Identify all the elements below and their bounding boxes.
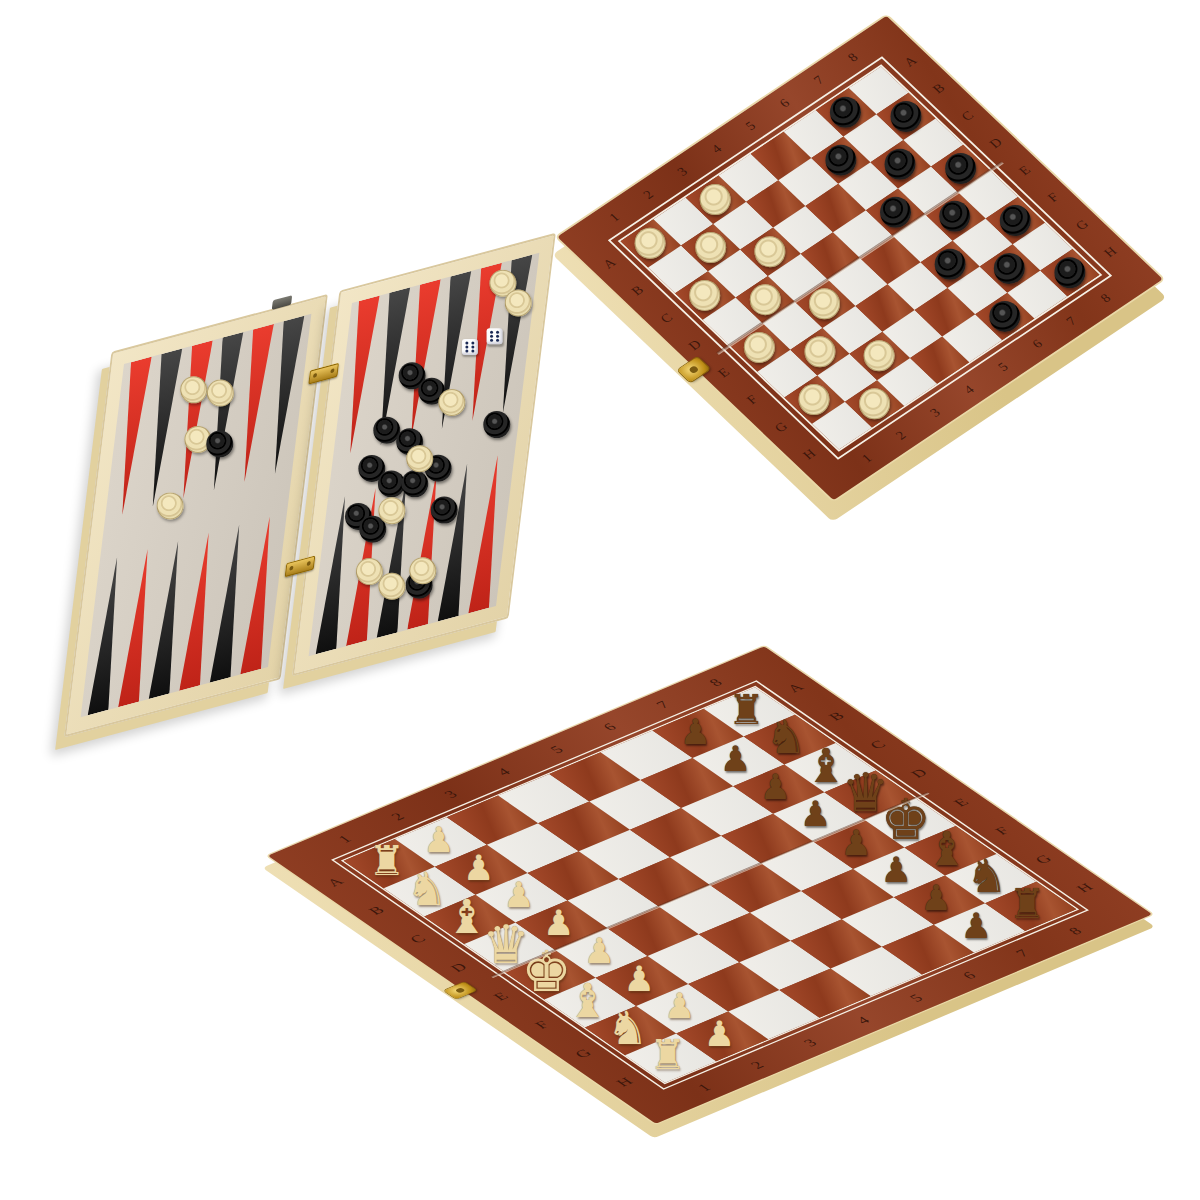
checkers-board: 1234567812345678ABCDEFGHABCDEFGH [557,16,1163,501]
cream-checker[interactable] [378,573,405,600]
coordinate-label: 4 [708,142,725,156]
coordinate-label: A [323,875,347,889]
die-pip [465,345,468,348]
black-checker[interactable] [945,153,976,184]
black-checker[interactable] [890,101,921,132]
black-checker[interactable] [989,301,1020,332]
coordinate-label: E [949,796,972,809]
cream-checker[interactable] [207,379,234,406]
backgammon-point-red [467,452,510,614]
white-knight[interactable]: ♞ [606,1005,647,1051]
white-checker[interactable] [809,288,840,319]
black-rook[interactable]: ♜ [1009,884,1046,925]
coordinate-label: 2 [640,188,657,202]
coordinate-label: 7 [652,699,673,712]
black-checker[interactable] [483,411,510,438]
black-checker[interactable] [934,249,965,280]
coordinate-label: 6 [959,969,980,982]
coordinate-label: C [657,310,676,326]
coordinate-label: 1 [694,1081,715,1094]
die-pip [471,345,474,348]
white-pawn[interactable]: ♟ [503,878,534,913]
coordinate-label: D [987,135,1006,151]
die-pip [496,339,499,342]
black-checker[interactable] [994,253,1025,284]
backgammon-lid-field [81,314,312,717]
coordinate-label: 2 [387,810,408,823]
coordinate-label: D [907,767,931,781]
die-pip [490,339,493,342]
black-checker[interactable] [940,201,971,232]
black-pawn[interactable]: ♟ [961,909,992,944]
coordinate-label: E [489,990,512,1003]
white-checker[interactable] [804,336,835,367]
black-checker[interactable] [885,149,916,180]
coordinate-label: 5 [546,743,567,756]
coordinate-label: 3 [674,165,691,179]
coordinate-label: 1 [606,211,623,225]
die-pip [471,341,474,344]
coordinate-label: 5 [995,360,1012,374]
coordinate-label: F [744,393,761,408]
white-pawn[interactable]: ♟ [664,989,695,1024]
coordinate-label: H [613,1075,637,1089]
black-pawn[interactable]: ♟ [760,770,791,805]
black-pawn[interactable]: ♟ [680,714,711,749]
checkers-frame: 1234567812345678ABCDEFGHABCDEFGH [557,16,1163,501]
black-pawn[interactable]: ♟ [840,825,871,860]
coordinate-label: 4 [961,383,978,397]
black-bishop[interactable]: ♝ [926,825,968,872]
coordinate-label: 6 [599,721,620,734]
coordinate-label: C [406,932,430,946]
coordinate-label: 2 [747,1059,768,1072]
coordinate-label: F [531,1019,553,1032]
die-pip [465,349,468,352]
white-checker[interactable] [635,228,666,259]
coordinate-label: C [958,108,977,124]
coordinate-label: 4 [493,766,514,779]
black-knight[interactable]: ♞ [966,853,1007,899]
backgammon-box [64,233,556,737]
coordinate-label: H [1073,881,1097,895]
coordinate-label: A [901,54,920,70]
white-checker[interactable] [749,284,780,315]
black-pawn[interactable]: ♟ [881,853,912,888]
white-checker[interactable] [700,184,731,215]
black-checker[interactable] [1054,257,1085,288]
backgammon-base-half [292,233,556,676]
coordinate-label: 6 [1029,337,1046,351]
die-showing-6[interactable] [462,339,478,355]
die-showing-6[interactable] [487,328,503,344]
die-pip [490,331,493,334]
backgammon-point-red [239,513,282,675]
backgammon-point-red [111,356,154,518]
coordinate-label: 3 [927,406,944,420]
white-pawn[interactable]: ♟ [583,934,614,969]
coordinate-label: 7 [1063,314,1080,328]
backgammon-point-row [86,513,281,716]
white-checker[interactable] [690,280,721,311]
coordinate-label: H [1101,244,1120,260]
black-knight[interactable]: ♞ [766,714,807,760]
coordinate-label: A [600,256,619,272]
cream-checker[interactable] [157,492,184,519]
coordinate-label: B [930,81,949,97]
coordinate-label: 4 [853,1014,874,1027]
coordinate-label: E [715,365,733,380]
coordinate-label: 5 [906,992,927,1005]
white-pawn[interactable]: ♟ [704,1017,735,1052]
coordinate-label: G [571,1047,595,1061]
backgammon-base-field [309,253,540,656]
white-knight[interactable]: ♞ [406,866,447,912]
die-pip [496,335,499,338]
die-pip [471,349,474,352]
coordinate-label: 2 [893,428,910,442]
white-checker[interactable] [695,232,726,263]
cream-checker[interactable] [180,376,207,403]
coordinate-label: B [365,904,389,918]
coordinate-label: E [1016,163,1034,178]
coordinate-label: G [1072,217,1091,233]
cream-checker[interactable] [505,289,532,316]
white-rook[interactable]: ♜ [368,841,405,882]
coordinate-label: F [991,824,1013,837]
black-checker[interactable] [830,97,861,128]
coordinate-label: 3 [440,788,461,801]
black-checker[interactable] [206,431,233,458]
chess-pinstripe-border: ♜♟♟♜♞♟♟♞♝♟♟♝♛♟♟♛♚♟♟♚♝♟♟♝♞♟♟♞♜♟♟♜ [331,680,1089,1089]
white-checker[interactable] [859,388,890,419]
black-pawn[interactable]: ♟ [800,798,831,833]
cream-checker[interactable] [409,558,436,585]
coordinate-label: 8 [705,676,726,689]
checkers-pinstripe-border [608,56,1112,459]
die-pip [465,341,468,344]
coordinate-label: B [629,283,648,299]
coordinate-label: 7 [1012,947,1033,960]
chess-frame: 1234567812345678ABCDEFGHABCDEFGH♜♟♟♜♞♟♟♞… [268,646,1152,1124]
white-pawn[interactable]: ♟ [463,851,494,886]
white-checker[interactable] [799,384,830,415]
coordinate-label: 1 [334,833,355,846]
white-checker[interactable] [755,236,786,267]
coordinate-label: A [783,681,807,695]
white-rook[interactable]: ♜ [649,1036,686,1077]
white-pawn[interactable]: ♟ [543,906,574,941]
white-pawn[interactable]: ♟ [423,823,454,858]
cream-checker[interactable] [378,497,405,524]
black-checker[interactable] [999,205,1030,236]
coordinate-label: 1 [859,451,876,465]
coordinate-label: 5 [742,119,759,133]
white-bishop[interactable]: ♝ [566,977,608,1024]
die-pip [490,335,493,338]
coordinate-label: H [800,446,819,462]
coordinate-label: G [1031,853,1055,867]
white-checker[interactable] [864,340,895,371]
product-photo-stage: 1234567812345678ABCDEFGHABCDEFGH 1234567… [0,0,1200,1200]
black-pawn[interactable]: ♟ [720,742,751,777]
white-checker[interactable] [744,332,775,363]
coordinate-label: 8 [1065,925,1086,938]
coordinate-label: D [447,961,471,975]
black-checker[interactable] [825,145,856,176]
black-rook[interactable]: ♜ [728,689,765,730]
black-pawn[interactable]: ♟ [921,881,952,916]
coordinate-label: D [686,337,705,353]
coordinate-label: B [825,710,849,724]
white-pawn[interactable]: ♟ [623,962,654,997]
coordinate-label: 7 [811,73,828,87]
coordinate-label: 3 [800,1037,821,1050]
chess-board: 1234567812345678ABCDEFGHABCDEFGH♜♟♟♜♞♟♟♞… [268,646,1152,1124]
die-pip [496,331,499,334]
backgammon-lid-half [64,294,328,737]
white-bishop[interactable]: ♝ [445,893,487,940]
coordinate-label: 8 [1097,291,1114,305]
coordinate-label: 6 [776,96,793,110]
coordinate-label: G [771,419,790,435]
black-checker[interactable] [880,197,911,228]
backgammon-point-row [111,315,306,518]
coordinate-label: F [1045,191,1062,206]
coordinate-label: C [866,738,890,752]
coordinate-label: 8 [845,50,862,64]
